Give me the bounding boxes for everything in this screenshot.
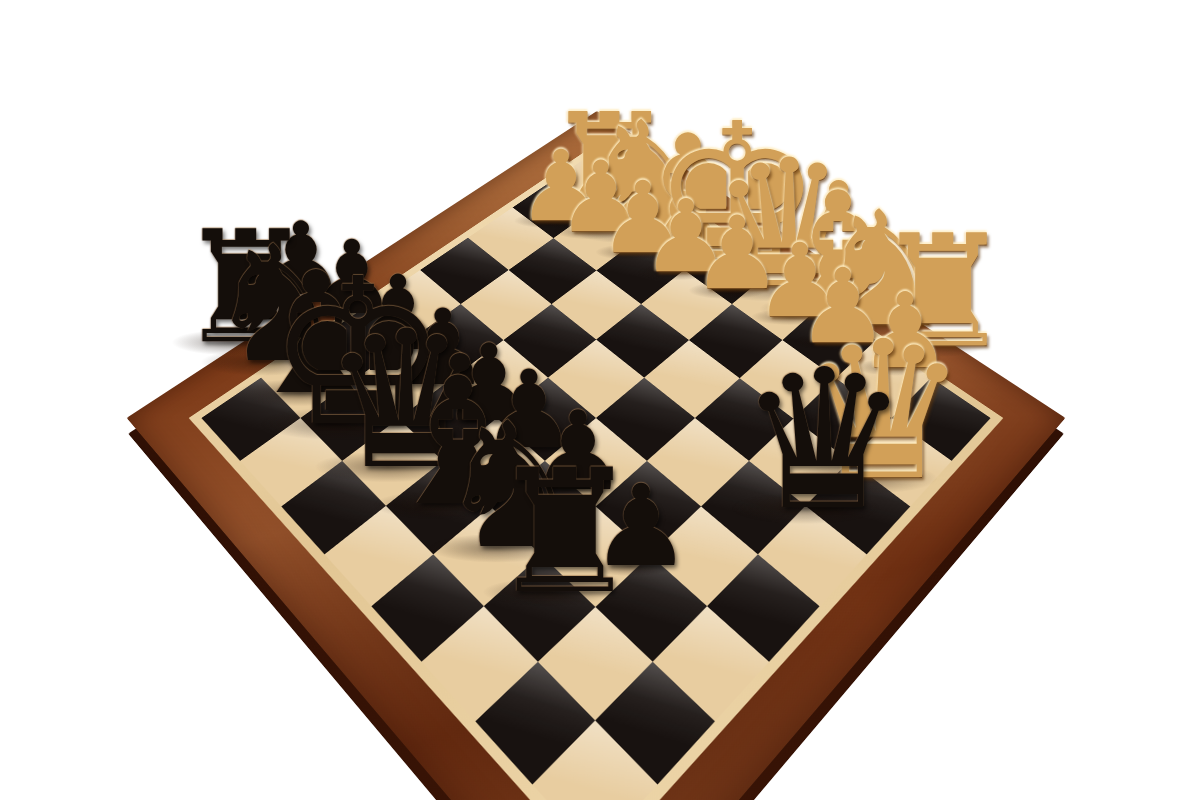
piece-black-queen-a4[interactable]: ♛ — [738, 344, 911, 537]
pieces-layer: ♜♞♝♚♛♝♞♜♟♟♟♟♟♟♟♟♛♛♜♞♝♚♛♝♞♜♟♟♟♟♟♟♟♟ — [0, 0, 1200, 800]
photo-stage: ♜♞♝♚♛♝♞♜♟♟♟♟♟♟♟♟♛♛♜♞♝♚♛♝♞♜♟♟♟♟♟♟♟♟ — [0, 0, 1200, 800]
piece-black-rook-a8[interactable]: ♜ — [488, 447, 641, 618]
